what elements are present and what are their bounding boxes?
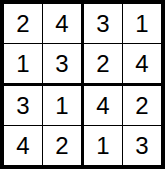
cell-r4c4[interactable]: 3 xyxy=(123,126,161,165)
cell-r2c4[interactable]: 4 xyxy=(123,44,161,86)
cell-r3c4[interactable]: 2 xyxy=(123,86,161,126)
cell-r1c1[interactable]: 2 xyxy=(4,4,43,44)
digit: 3 xyxy=(55,52,68,76)
cell-r3c1[interactable]: 3 xyxy=(4,86,43,126)
digit: 1 xyxy=(16,52,29,76)
digit: 1 xyxy=(96,134,109,158)
cell-r3c2[interactable]: 1 xyxy=(43,86,84,126)
cell-r2c1[interactable]: 1 xyxy=(4,44,43,86)
digit: 1 xyxy=(135,12,148,36)
cell-r4c1[interactable]: 4 xyxy=(4,126,43,165)
digit: 2 xyxy=(135,94,148,118)
cell-r2c2[interactable]: 3 xyxy=(43,44,84,86)
digit: 2 xyxy=(55,134,68,158)
cell-r4c3[interactable]: 1 xyxy=(84,126,123,165)
cell-r1c2[interactable]: 4 xyxy=(43,4,84,44)
sudoku-board: 2431132431424213 xyxy=(0,0,165,169)
cell-r1c4[interactable]: 1 xyxy=(123,4,161,44)
digit: 3 xyxy=(16,94,29,118)
digit: 4 xyxy=(55,12,68,36)
digit: 2 xyxy=(16,12,29,36)
digit: 2 xyxy=(96,52,109,76)
digit: 3 xyxy=(96,12,109,36)
digit: 1 xyxy=(55,94,68,118)
digit: 4 xyxy=(16,134,29,158)
digit: 4 xyxy=(135,52,148,76)
digit: 3 xyxy=(135,134,148,158)
cell-r1c3[interactable]: 3 xyxy=(84,4,123,44)
cell-r2c3[interactable]: 2 xyxy=(84,44,123,86)
cell-r4c2[interactable]: 2 xyxy=(43,126,84,165)
cell-r3c3[interactable]: 4 xyxy=(84,86,123,126)
digit: 4 xyxy=(96,94,109,118)
